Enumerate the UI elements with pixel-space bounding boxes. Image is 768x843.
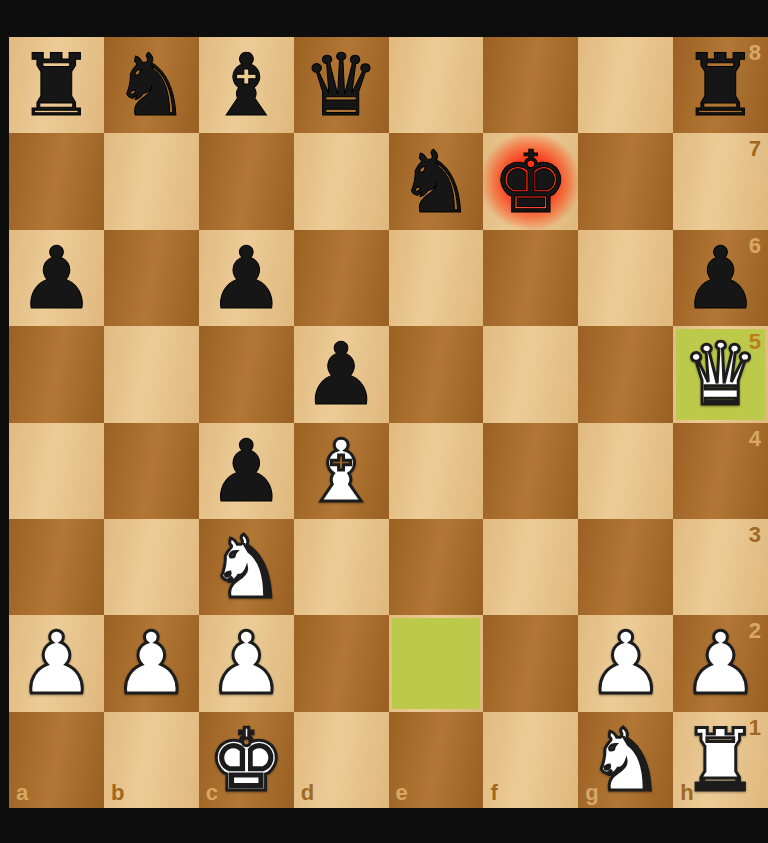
square-d7[interactable] — [294, 133, 389, 229]
screenshot-frame: ♜♞♝♛♜8♞♚7♟♟♟6♟♛5♟♝4♞3♟♟♟♟♟2ab♚cdef♞g♜1h — [0, 0, 768, 843]
square-c4[interactable]: ♟ — [199, 423, 294, 519]
square-a7[interactable] — [9, 133, 104, 229]
piece-black-pawn[interactable]: ♟ — [294, 326, 389, 422]
square-g4[interactable] — [578, 423, 673, 519]
square-e5[interactable] — [389, 326, 484, 422]
square-f8[interactable] — [483, 37, 578, 133]
square-c7[interactable] — [199, 133, 294, 229]
square-a2[interactable]: ♟ — [9, 615, 104, 711]
square-a5[interactable] — [9, 326, 104, 422]
piece-white-pawn[interactable]: ♟ — [9, 615, 104, 711]
square-h3[interactable]: 3 — [673, 519, 768, 615]
piece-white-rook[interactable]: ♜ — [673, 712, 768, 808]
piece-black-knight[interactable]: ♞ — [104, 37, 199, 133]
piece-white-knight[interactable]: ♞ — [578, 712, 673, 808]
square-c1[interactable]: ♚c — [199, 712, 294, 808]
coord-rank-7: 7 — [749, 138, 761, 160]
coord-file-b: b — [111, 782, 124, 804]
square-b6[interactable] — [104, 230, 199, 326]
piece-white-pawn[interactable]: ♟ — [104, 615, 199, 711]
piece-black-pawn[interactable]: ♟ — [9, 230, 104, 326]
piece-white-pawn[interactable]: ♟ — [673, 615, 768, 711]
square-a6[interactable]: ♟ — [9, 230, 104, 326]
square-d6[interactable] — [294, 230, 389, 326]
piece-white-bishop[interactable]: ♝ — [294, 423, 389, 519]
square-b2[interactable]: ♟ — [104, 615, 199, 711]
square-f4[interactable] — [483, 423, 578, 519]
square-g2[interactable]: ♟ — [578, 615, 673, 711]
square-c3[interactable]: ♞ — [199, 519, 294, 615]
coord-file-e: e — [396, 782, 408, 804]
square-c6[interactable]: ♟ — [199, 230, 294, 326]
square-g5[interactable] — [578, 326, 673, 422]
square-a3[interactable] — [9, 519, 104, 615]
top-letterbox — [0, 0, 768, 37]
square-g1[interactable]: ♞g — [578, 712, 673, 808]
square-d5[interactable]: ♟ — [294, 326, 389, 422]
coord-rank-4: 4 — [749, 428, 761, 450]
square-c8[interactable]: ♝ — [199, 37, 294, 133]
square-b7[interactable] — [104, 133, 199, 229]
piece-black-rook[interactable]: ♜ — [673, 37, 768, 133]
square-a1[interactable]: a — [9, 712, 104, 808]
piece-black-knight[interactable]: ♞ — [389, 133, 484, 229]
square-h5[interactable]: ♛5 — [673, 326, 768, 422]
piece-white-pawn[interactable]: ♟ — [199, 615, 294, 711]
square-h1[interactable]: ♜1h — [673, 712, 768, 808]
square-d4[interactable]: ♝ — [294, 423, 389, 519]
square-e4[interactable] — [389, 423, 484, 519]
piece-white-knight[interactable]: ♞ — [199, 519, 294, 615]
square-d2[interactable] — [294, 615, 389, 711]
square-f2[interactable] — [483, 615, 578, 711]
square-g6[interactable] — [578, 230, 673, 326]
coord-rank-3: 3 — [749, 524, 761, 546]
square-h2[interactable]: ♟2 — [673, 615, 768, 711]
bottom-letterbox — [0, 808, 768, 843]
square-e8[interactable] — [389, 37, 484, 133]
square-d1[interactable]: d — [294, 712, 389, 808]
square-e6[interactable] — [389, 230, 484, 326]
square-h8[interactable]: ♜8 — [673, 37, 768, 133]
square-h7[interactable]: 7 — [673, 133, 768, 229]
square-d8[interactable]: ♛ — [294, 37, 389, 133]
square-f7[interactable]: ♚ — [483, 133, 578, 229]
piece-white-queen[interactable]: ♛ — [673, 326, 768, 422]
square-f6[interactable] — [483, 230, 578, 326]
piece-black-bishop[interactable]: ♝ — [199, 37, 294, 133]
square-g7[interactable] — [578, 133, 673, 229]
square-b1[interactable]: b — [104, 712, 199, 808]
square-h6[interactable]: ♟6 — [673, 230, 768, 326]
coord-file-d: d — [301, 782, 314, 804]
square-e1[interactable]: e — [389, 712, 484, 808]
piece-black-pawn[interactable]: ♟ — [199, 230, 294, 326]
square-g8[interactable] — [578, 37, 673, 133]
square-a4[interactable] — [9, 423, 104, 519]
square-d3[interactable] — [294, 519, 389, 615]
square-b3[interactable] — [104, 519, 199, 615]
piece-black-pawn[interactable]: ♟ — [199, 423, 294, 519]
piece-black-pawn[interactable]: ♟ — [673, 230, 768, 326]
coord-file-a: a — [16, 782, 28, 804]
square-e2[interactable] — [389, 615, 484, 711]
square-c2[interactable]: ♟ — [199, 615, 294, 711]
square-c5[interactable] — [199, 326, 294, 422]
square-f3[interactable] — [483, 519, 578, 615]
square-e3[interactable] — [389, 519, 484, 615]
square-f5[interactable] — [483, 326, 578, 422]
piece-black-queen[interactable]: ♛ — [294, 37, 389, 133]
square-g3[interactable] — [578, 519, 673, 615]
piece-black-rook[interactable]: ♜ — [9, 37, 104, 133]
square-b5[interactable] — [104, 326, 199, 422]
square-h4[interactable]: 4 — [673, 423, 768, 519]
chess-board: ♜♞♝♛♜8♞♚7♟♟♟6♟♛5♟♝4♞3♟♟♟♟♟2ab♚cdef♞g♜1h — [9, 37, 768, 808]
piece-white-pawn[interactable]: ♟ — [578, 615, 673, 711]
square-e7[interactable]: ♞ — [389, 133, 484, 229]
square-b4[interactable] — [104, 423, 199, 519]
square-a8[interactable]: ♜ — [9, 37, 104, 133]
coord-file-f: f — [490, 782, 497, 804]
piece-black-king[interactable]: ♚ — [483, 133, 578, 229]
square-b8[interactable]: ♞ — [104, 37, 199, 133]
piece-white-king[interactable]: ♚ — [199, 712, 294, 808]
square-f1[interactable]: f — [483, 712, 578, 808]
